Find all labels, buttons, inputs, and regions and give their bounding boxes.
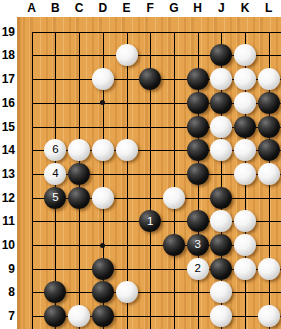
- stone-black-d7[interactable]: [92, 305, 114, 327]
- stone-black-j10[interactable]: [210, 234, 232, 256]
- stone-black-l15[interactable]: [258, 116, 280, 138]
- stone-black-h13[interactable]: [187, 163, 209, 185]
- stone-black-j18[interactable]: [210, 44, 232, 66]
- col-label-d: D: [93, 1, 113, 15]
- col-label-h: H: [188, 1, 208, 15]
- col-label-c: C: [69, 1, 89, 15]
- col-label-g: G: [164, 1, 184, 15]
- stone-white-e18[interactable]: [116, 44, 138, 66]
- go-app-screenshot: 513642 ABCDEFGHJKL1918171615141312111098…: [0, 0, 281, 329]
- row-label-11: 11: [0, 213, 15, 229]
- stone-white-d14[interactable]: [92, 139, 114, 161]
- stone-white-k17[interactable]: [234, 68, 256, 90]
- stone-white-k10[interactable]: [234, 234, 256, 256]
- row-label-19: 19: [0, 24, 15, 40]
- stone-black-b12[interactable]: 5: [44, 187, 66, 209]
- stone-black-f11[interactable]: 1: [139, 210, 161, 232]
- star-point-d10: [100, 243, 105, 248]
- stone-black-f17[interactable]: [139, 68, 161, 90]
- stone-black-h10[interactable]: 3: [187, 234, 209, 256]
- stone-black-c13[interactable]: [68, 163, 90, 185]
- stone-white-j15[interactable]: [210, 116, 232, 138]
- stone-white-g12[interactable]: [163, 187, 185, 209]
- stone-black-g10[interactable]: [163, 234, 185, 256]
- stone-white-l7[interactable]: [258, 305, 280, 327]
- row-label-13: 13: [0, 166, 15, 182]
- row-label-7: 7: [0, 308, 15, 324]
- grid-line-row-8: [32, 292, 281, 293]
- col-label-j: J: [211, 1, 231, 15]
- row-label-18: 18: [0, 47, 15, 63]
- stone-white-d12[interactable]: [92, 187, 114, 209]
- stone-white-b13[interactable]: 4: [44, 163, 66, 185]
- col-label-l: L: [259, 1, 279, 15]
- stone-black-j9[interactable]: [210, 258, 232, 280]
- stone-black-h17[interactable]: [187, 68, 209, 90]
- stone-black-h15[interactable]: [187, 116, 209, 138]
- stone-white-e14[interactable]: [116, 139, 138, 161]
- stone-white-k13[interactable]: [234, 163, 256, 185]
- stone-white-l9[interactable]: [258, 258, 280, 280]
- stone-black-d9[interactable]: [92, 258, 114, 280]
- stone-white-b14[interactable]: 6: [44, 139, 66, 161]
- go-board[interactable]: 513642: [17, 17, 281, 329]
- col-label-e: E: [117, 1, 137, 15]
- stone-black-b7[interactable]: [44, 305, 66, 327]
- stone-black-j16[interactable]: [210, 92, 232, 114]
- stone-white-j14[interactable]: [210, 139, 232, 161]
- stone-white-d17[interactable]: [92, 68, 114, 90]
- stone-white-k18[interactable]: [234, 44, 256, 66]
- stone-white-k16[interactable]: [234, 92, 256, 114]
- stone-white-c14[interactable]: [68, 139, 90, 161]
- stone-black-j12[interactable]: [210, 187, 232, 209]
- stone-black-l16[interactable]: [258, 92, 280, 114]
- stone-white-j7[interactable]: [210, 305, 232, 327]
- grid-line-row-19: [32, 32, 281, 33]
- stone-black-h16[interactable]: [187, 92, 209, 114]
- move-number-label: 4: [52, 168, 58, 180]
- stone-white-j17[interactable]: [210, 68, 232, 90]
- row-label-17: 17: [0, 71, 15, 87]
- star-point-d16: [100, 100, 105, 105]
- stone-white-k14[interactable]: [234, 139, 256, 161]
- stone-black-b8[interactable]: [44, 281, 66, 303]
- row-label-10: 10: [0, 237, 15, 253]
- col-label-k: K: [235, 1, 255, 15]
- move-number-label: 1: [147, 216, 153, 228]
- stone-white-e8[interactable]: [116, 281, 138, 303]
- stone-black-k15[interactable]: [234, 116, 256, 138]
- col-label-a: A: [22, 1, 42, 15]
- move-number-label: 5: [52, 192, 58, 204]
- stone-white-k11[interactable]: [234, 210, 256, 232]
- row-label-16: 16: [0, 95, 15, 111]
- stone-black-h11[interactable]: [187, 210, 209, 232]
- grid-line-col-g: [174, 32, 175, 329]
- row-label-15: 15: [0, 119, 15, 135]
- stone-white-l13[interactable]: [258, 163, 280, 185]
- stone-white-k9[interactable]: [234, 258, 256, 280]
- move-number-label: 6: [52, 144, 58, 156]
- stone-white-h9[interactable]: 2: [187, 258, 209, 280]
- stone-white-j8[interactable]: [210, 281, 232, 303]
- row-label-14: 14: [0, 142, 15, 158]
- stone-white-j11[interactable]: [210, 210, 232, 232]
- stone-black-d8[interactable]: [92, 281, 114, 303]
- stone-black-h14[interactable]: [187, 139, 209, 161]
- move-number-label: 2: [194, 263, 200, 275]
- stone-white-c7[interactable]: [68, 305, 90, 327]
- row-label-9: 9: [0, 261, 15, 277]
- move-number-label: 3: [194, 239, 200, 251]
- stone-black-l14[interactable]: [258, 139, 280, 161]
- grid-line-col-a: [32, 32, 33, 329]
- col-label-b: B: [45, 1, 65, 15]
- col-label-f: F: [140, 1, 160, 15]
- stone-white-l17[interactable]: [258, 68, 280, 90]
- stone-black-c12[interactable]: [68, 187, 90, 209]
- row-label-8: 8: [0, 284, 15, 300]
- row-label-12: 12: [0, 190, 15, 206]
